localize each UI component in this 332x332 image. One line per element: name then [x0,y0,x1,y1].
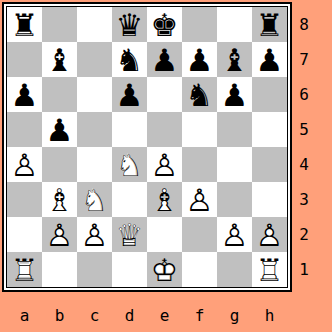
square-b8[interactable] [42,7,77,42]
file-label-a: a [7,302,42,330]
file-label-d: d [112,302,147,330]
square-d5[interactable] [112,112,147,147]
piece-outline: ♘ [77,182,112,217]
square-b1[interactable] [42,252,77,287]
black-knight-f6: ♞ [182,77,217,112]
piece-glyph: ♝ [42,42,77,77]
square-e8[interactable]: ♚ [147,7,182,42]
square-e7[interactable]: ♟ [147,42,182,77]
square-h1[interactable]: ♜♖ [252,252,287,287]
white-pawn-e4: ♟♙ [147,147,182,182]
white-bishop-b3: ♝♗ [42,182,77,217]
square-d6[interactable]: ♟ [112,77,147,112]
rank-label-3: 3 [294,182,314,217]
rank-label-5: 5 [294,112,314,147]
piece-outline: ♙ [147,147,182,182]
black-bishop-g7: ♝ [217,42,252,77]
piece-outline: ♗ [147,182,182,217]
square-e4[interactable]: ♟♙ [147,147,182,182]
square-c3[interactable]: ♞♘ [77,182,112,217]
square-g4[interactable] [217,147,252,182]
square-a2[interactable] [7,217,42,252]
piece-glyph: ♟ [7,77,42,112]
piece-glyph: ♟ [252,42,287,77]
square-f4[interactable] [182,147,217,182]
piece-glyph: ♟ [182,42,217,77]
black-pawn-d6: ♟ [112,77,147,112]
square-g6[interactable]: ♟ [217,77,252,112]
file-label-h: h [252,302,287,330]
square-g7[interactable]: ♝ [217,42,252,77]
black-pawn-b5: ♟ [42,112,77,147]
piece-glyph: ♟ [147,42,182,77]
square-a6[interactable]: ♟ [7,77,42,112]
square-g1[interactable] [217,252,252,287]
square-e5[interactable] [147,112,182,147]
board-frame: ♜♛♚♜♝♞♟♟♝♟♟♟♞♟♟♟♙♞♘♟♙♝♗♞♘♝♗♟♙♟♙♟♙♛♕♟♙♟♙♜… [2,2,292,292]
rank-label-8: 8 [294,7,314,42]
chess-board: ♜♛♚♜♝♞♟♟♝♟♟♟♞♟♟♟♙♞♘♟♙♝♗♞♘♝♗♟♙♟♙♟♙♛♕♟♙♟♙♜… [7,7,287,287]
square-d3[interactable] [112,182,147,217]
piece-outline: ♕ [112,217,147,252]
piece-glyph: ♞ [182,77,217,112]
square-f3[interactable]: ♟♙ [182,182,217,217]
piece-outline: ♖ [7,252,42,287]
square-b4[interactable] [42,147,77,182]
square-a5[interactable] [7,112,42,147]
black-pawn-h7: ♟ [252,42,287,77]
rank-label-1: 1 [294,252,314,287]
square-h5[interactable] [252,112,287,147]
piece-outline: ♙ [77,217,112,252]
square-d4[interactable]: ♞♘ [112,147,147,182]
square-a1[interactable]: ♜♖ [7,252,42,287]
white-pawn-c2: ♟♙ [77,217,112,252]
black-rook-h8: ♜ [252,7,287,42]
square-h6[interactable] [252,77,287,112]
white-bishop-e3: ♝♗ [147,182,182,217]
black-queen-d8: ♛ [112,7,147,42]
piece-glyph: ♟ [42,112,77,147]
square-c6[interactable] [77,77,112,112]
piece-glyph: ♜ [7,7,42,42]
square-c7[interactable] [77,42,112,77]
square-a4[interactable]: ♟♙ [7,147,42,182]
piece-glyph: ♛ [112,7,147,42]
square-c5[interactable] [77,112,112,147]
piece-outline: ♙ [182,182,217,217]
chess-diagram: ♜♛♚♜♝♞♟♟♝♟♟♟♞♟♟♟♙♞♘♟♙♝♗♞♘♝♗♟♙♟♙♟♙♛♕♟♙♟♙♜… [0,0,332,332]
square-d2[interactable]: ♛♕ [112,217,147,252]
square-f7[interactable]: ♟ [182,42,217,77]
piece-glyph: ♟ [217,77,252,112]
square-c4[interactable] [77,147,112,182]
white-pawn-b2: ♟♙ [42,217,77,252]
square-h7[interactable]: ♟ [252,42,287,77]
square-g8[interactable] [217,7,252,42]
square-b5[interactable]: ♟ [42,112,77,147]
piece-outline: ♙ [252,217,287,252]
square-b6[interactable] [42,77,77,112]
piece-glyph: ♟ [112,77,147,112]
square-a3[interactable] [7,182,42,217]
square-c2[interactable]: ♟♙ [77,217,112,252]
square-d7[interactable]: ♞ [112,42,147,77]
piece-outline: ♙ [217,217,252,252]
piece-outline: ♘ [112,147,147,182]
white-knight-d4: ♞♘ [112,147,147,182]
white-queen-d2: ♛♕ [112,217,147,252]
square-d8[interactable]: ♛ [112,7,147,42]
white-king-e1: ♚♔ [147,252,182,287]
square-g5[interactable] [217,112,252,147]
piece-outline: ♔ [147,252,182,287]
black-pawn-e7: ♟ [147,42,182,77]
piece-glyph: ♚ [147,7,182,42]
piece-glyph: ♞ [112,42,147,77]
piece-outline: ♗ [42,182,77,217]
rank-label-4: 4 [294,147,314,182]
square-a8[interactable]: ♜ [7,7,42,42]
rank-label-2: 2 [294,217,314,252]
square-a7[interactable] [7,42,42,77]
black-knight-d7: ♞ [112,42,147,77]
white-rook-h1: ♜♖ [252,252,287,287]
file-label-g: g [217,302,252,330]
piece-glyph: ♜ [252,7,287,42]
square-f6[interactable]: ♞ [182,77,217,112]
rank-coordinates: 8 7 6 5 4 3 2 1 [294,7,314,287]
square-e2[interactable] [147,217,182,252]
square-e1[interactable]: ♚♔ [147,252,182,287]
white-pawn-f3: ♟♙ [182,182,217,217]
black-pawn-a6: ♟ [7,77,42,112]
white-knight-c3: ♞♘ [77,182,112,217]
square-h2[interactable]: ♟♙ [252,217,287,252]
black-king-e8: ♚ [147,7,182,42]
square-f2[interactable] [182,217,217,252]
white-pawn-a4: ♟♙ [7,147,42,182]
square-h8[interactable]: ♜ [252,7,287,42]
file-label-f: f [182,302,217,330]
piece-outline: ♙ [42,217,77,252]
black-rook-a8: ♜ [7,7,42,42]
file-coordinates: a b c d e f g h [7,302,287,330]
square-e3[interactable]: ♝♗ [147,182,182,217]
white-rook-a1: ♜♖ [7,252,42,287]
rank-label-6: 6 [294,77,314,112]
black-pawn-g6: ♟ [217,77,252,112]
black-bishop-b7: ♝ [42,42,77,77]
square-c1[interactable] [77,252,112,287]
square-b3[interactable]: ♝♗ [42,182,77,217]
black-pawn-f7: ♟ [182,42,217,77]
square-h4[interactable] [252,147,287,182]
piece-outline: ♖ [252,252,287,287]
square-b7[interactable]: ♝ [42,42,77,77]
white-pawn-g2: ♟♙ [217,217,252,252]
rank-label-7: 7 [294,42,314,77]
file-label-c: c [77,302,112,330]
piece-glyph: ♝ [217,42,252,77]
board-inner-border: ♜♛♚♜♝♞♟♟♝♟♟♟♞♟♟♟♙♞♘♟♙♝♗♞♘♝♗♟♙♟♙♟♙♛♕♟♙♟♙♜… [6,6,288,288]
square-b2[interactable]: ♟♙ [42,217,77,252]
piece-outline: ♙ [7,147,42,182]
square-g3[interactable] [217,182,252,217]
file-label-e: e [147,302,182,330]
square-f5[interactable] [182,112,217,147]
square-e6[interactable] [147,77,182,112]
white-pawn-h2: ♟♙ [252,217,287,252]
square-c8[interactable] [77,7,112,42]
file-label-b: b [42,302,77,330]
square-g2[interactable]: ♟♙ [217,217,252,252]
square-f1[interactable] [182,252,217,287]
square-d1[interactable] [112,252,147,287]
square-h3[interactable] [252,182,287,217]
square-f8[interactable] [182,7,217,42]
